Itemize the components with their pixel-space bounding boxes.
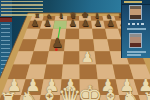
square-b8[interactable]	[42, 16, 55, 21]
square-e1[interactable]	[80, 95, 101, 100]
square-e6[interactable]	[79, 29, 93, 39]
player1-text-line	[127, 28, 146, 30]
square-e3[interactable]	[80, 65, 98, 80]
square-d5[interactable]	[64, 39, 79, 51]
square-f7[interactable]	[91, 21, 105, 29]
square-f6[interactable]	[92, 29, 107, 39]
square-b7[interactable]	[40, 21, 55, 29]
square-c8[interactable]	[55, 16, 68, 21]
square-f1[interactable]	[99, 95, 122, 100]
square-d4[interactable]	[63, 51, 80, 64]
chess-app-screen: ♜♞♝♛♚♝♞♜♟♟♟♟♟♟♟♟♟♟♟♟♟♟♟♟♜♞♝♛♚♝♞♜	[0, 0, 150, 100]
square-e8[interactable]	[79, 16, 91, 21]
square-a1[interactable]	[0, 95, 21, 100]
player2-text-line2	[127, 54, 141, 56]
square-c1[interactable]	[38, 95, 61, 100]
square-e7[interactable]	[79, 21, 92, 29]
square-c4[interactable]	[46, 51, 64, 64]
square-f8[interactable]	[91, 16, 104, 21]
player2-portrait[interactable]	[129, 33, 142, 48]
game-status-panel[interactable]	[121, 0, 150, 58]
square-g8[interactable]	[103, 16, 116, 21]
square-d3[interactable]	[62, 65, 80, 80]
square-c2[interactable]	[41, 79, 62, 95]
status-message-text	[1, 1, 43, 16]
square-d2[interactable]	[60, 79, 80, 95]
square-h1[interactable]	[139, 95, 150, 100]
move-destination-dot	[55, 48, 58, 51]
square-a8[interactable]	[30, 16, 44, 21]
square-d6[interactable]	[65, 29, 79, 39]
square-g7[interactable]	[103, 21, 118, 29]
square-e4[interactable]	[79, 51, 96, 64]
player2-text-line	[127, 51, 146, 53]
square-f5[interactable]	[93, 39, 110, 51]
square-f3[interactable]	[96, 65, 116, 80]
player1-info-icons	[128, 23, 146, 25]
square-f4[interactable]	[95, 51, 113, 64]
square-c3[interactable]	[44, 65, 63, 80]
square-e2[interactable]	[80, 79, 100, 95]
square-d8[interactable]	[67, 16, 79, 21]
square-f2[interactable]	[98, 79, 119, 95]
square-d1[interactable]	[59, 95, 80, 100]
square-e5[interactable]	[79, 39, 94, 51]
square-d7[interactable]	[66, 21, 79, 29]
player1-portrait[interactable]	[129, 5, 142, 20]
